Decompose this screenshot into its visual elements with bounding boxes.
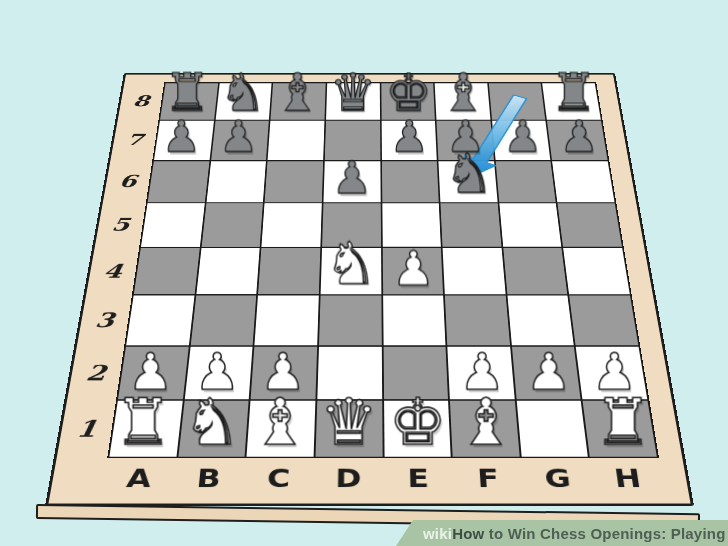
square-e2 [383,346,448,399]
square-c1: ♝ [247,401,316,457]
square-h4 [563,248,629,294]
square-f4 [443,248,506,294]
square-e6 [382,161,439,202]
black-bishop-f8: ♝ [436,67,490,119]
square-c2: ♟ [251,346,317,399]
rank-label-5: 5 [95,202,146,247]
chess-board-scene: 87654321 ABCDEFGH ♜♞♝♛♚♝♜♟♟♟♟♟♟♟♞♞♟♟♟♟♟♟… [45,73,694,506]
square-g6 [495,161,556,202]
square-a8: ♜ [160,83,218,120]
rank-label-1: 1 [57,400,116,458]
file-label-G: G [521,454,596,504]
square-d8: ♛ [326,83,380,120]
white-pawn-b2: ♟ [185,347,249,398]
square-f2: ♟ [447,346,514,399]
file-label-C: C [242,454,314,504]
file-label-B: B [171,454,245,504]
rank-label-7: 7 [111,120,159,160]
square-c6 [265,161,323,202]
square-d6: ♟ [323,161,380,202]
file-label-E: E [383,454,454,504]
black-pawn-d6: ♟ [323,156,380,201]
square-f3 [445,296,510,345]
white-pawn-c2: ♟ [251,347,315,398]
square-f7: ♟ [437,121,494,160]
square-b8: ♞ [215,83,271,120]
square-b3 [190,296,256,345]
black-king-e8: ♚ [381,67,435,119]
square-g1 [516,401,588,457]
white-queen-d1: ♛ [315,391,382,455]
square-d7 [325,121,380,160]
square-d4: ♞ [320,248,380,294]
black-rook-a8: ♜ [160,67,214,119]
white-pawn-e4: ♟ [383,246,443,294]
white-knight-b1: ♞ [178,391,245,455]
square-f8: ♝ [435,83,491,120]
black-bishop-c8: ♝ [271,67,325,119]
white-pawn-g2: ♟ [516,347,580,398]
white-rook-a1: ♜ [110,391,177,455]
square-d1: ♛ [315,401,382,457]
black-rook-h8: ♜ [547,67,601,119]
square-a6 [148,161,209,202]
rank-label-4: 4 [86,247,139,295]
square-g4 [503,248,568,294]
black-pawn-a7: ♟ [154,115,209,158]
wikihow-brand-wiki: wiki [423,525,452,542]
file-label-A: A [100,454,176,504]
square-h5 [558,203,622,247]
square-g8 [489,83,546,120]
square-e7: ♟ [381,121,437,160]
chess-board-grid: ♜♞♝♛♚♝♜♟♟♟♟♟♟♟♞♞♟♟♟♟♟♟♟♜♞♝♛♚♝♜ [107,82,659,458]
square-e5 [382,203,441,247]
white-pawn-h2: ♟ [583,347,647,398]
file-label-D: D [313,454,384,504]
square-a4 [134,248,200,294]
rank-label-8: 8 [118,82,164,120]
black-knight-b8: ♞ [215,67,269,119]
square-h2: ♟ [576,346,647,399]
square-a3 [126,296,194,345]
file-label-H: H [589,454,666,504]
square-c4 [258,248,320,294]
rank-label-6: 6 [103,160,153,202]
square-g2: ♟ [512,346,581,399]
black-queen-d8: ♛ [326,67,380,119]
rank-label-3: 3 [77,295,132,346]
white-rook-h1: ♜ [590,391,657,455]
rank-label-2: 2 [67,346,124,400]
file-labels: ABCDEFGH [100,454,666,504]
square-c8: ♝ [271,83,326,120]
square-g5 [499,203,561,247]
white-bishop-c1: ♝ [247,391,314,455]
square-a2: ♟ [118,346,188,399]
square-b4 [196,248,260,294]
file-label-F: F [452,454,525,504]
white-king-e1: ♚ [384,391,451,455]
square-h1: ♜ [583,401,657,457]
black-pawn-e7: ♟ [382,115,437,158]
square-f1: ♝ [450,401,519,457]
square-c7 [268,121,325,160]
board-frame: 87654321 ABCDEFGH ♜♞♝♛♚♝♜♟♟♟♟♟♟♟♞♞♟♟♟♟♟♟… [45,73,694,506]
white-pawn-a2: ♟ [118,347,182,398]
square-b7: ♟ [211,121,269,160]
square-b6 [206,161,266,202]
white-pawn-f2: ♟ [450,347,514,398]
square-b1: ♞ [178,401,249,457]
square-d5 [322,203,381,247]
square-b5 [201,203,263,247]
square-d2 [317,346,381,399]
square-f6: ♞ [439,161,498,202]
square-g3 [507,296,574,345]
wikihow-caption-bar: wikiHow to Win Chess Openings: Playing B… [396,520,728,546]
black-pawn-h7: ♟ [552,115,607,158]
square-c3 [255,296,319,345]
square-h7: ♟ [547,121,607,160]
square-h8: ♜ [542,83,600,120]
white-bishop-f1: ♝ [453,391,520,455]
square-h6 [552,161,614,202]
square-e3 [383,296,446,345]
black-pawn-f7: ♟ [438,115,493,158]
black-pawn-g7: ♟ [495,115,550,158]
black-pawn-b7: ♟ [211,115,266,158]
square-f5 [441,203,502,247]
wikihow-brand-how: How [452,525,484,542]
square-g7: ♟ [492,121,551,160]
square-e4: ♟ [382,248,443,294]
square-c5 [262,203,322,247]
square-e8: ♚ [381,83,435,120]
square-a7: ♟ [154,121,214,160]
square-a5 [141,203,205,247]
square-e1: ♚ [384,401,451,457]
caption-text: to Win Chess Openings: Playing Black [484,525,728,542]
square-a1: ♜ [109,401,182,457]
square-d3 [319,296,381,345]
screenshot-root: { "game": "chess", "position": { "fen": … [0,0,728,546]
square-b2: ♟ [184,346,252,399]
square-h3 [570,296,639,345]
